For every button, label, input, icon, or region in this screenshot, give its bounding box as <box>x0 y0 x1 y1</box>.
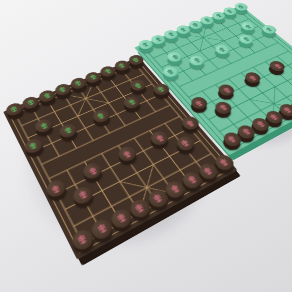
photo-scene <box>0 0 292 292</box>
piece-red-chariot[interactable] <box>219 135 243 154</box>
